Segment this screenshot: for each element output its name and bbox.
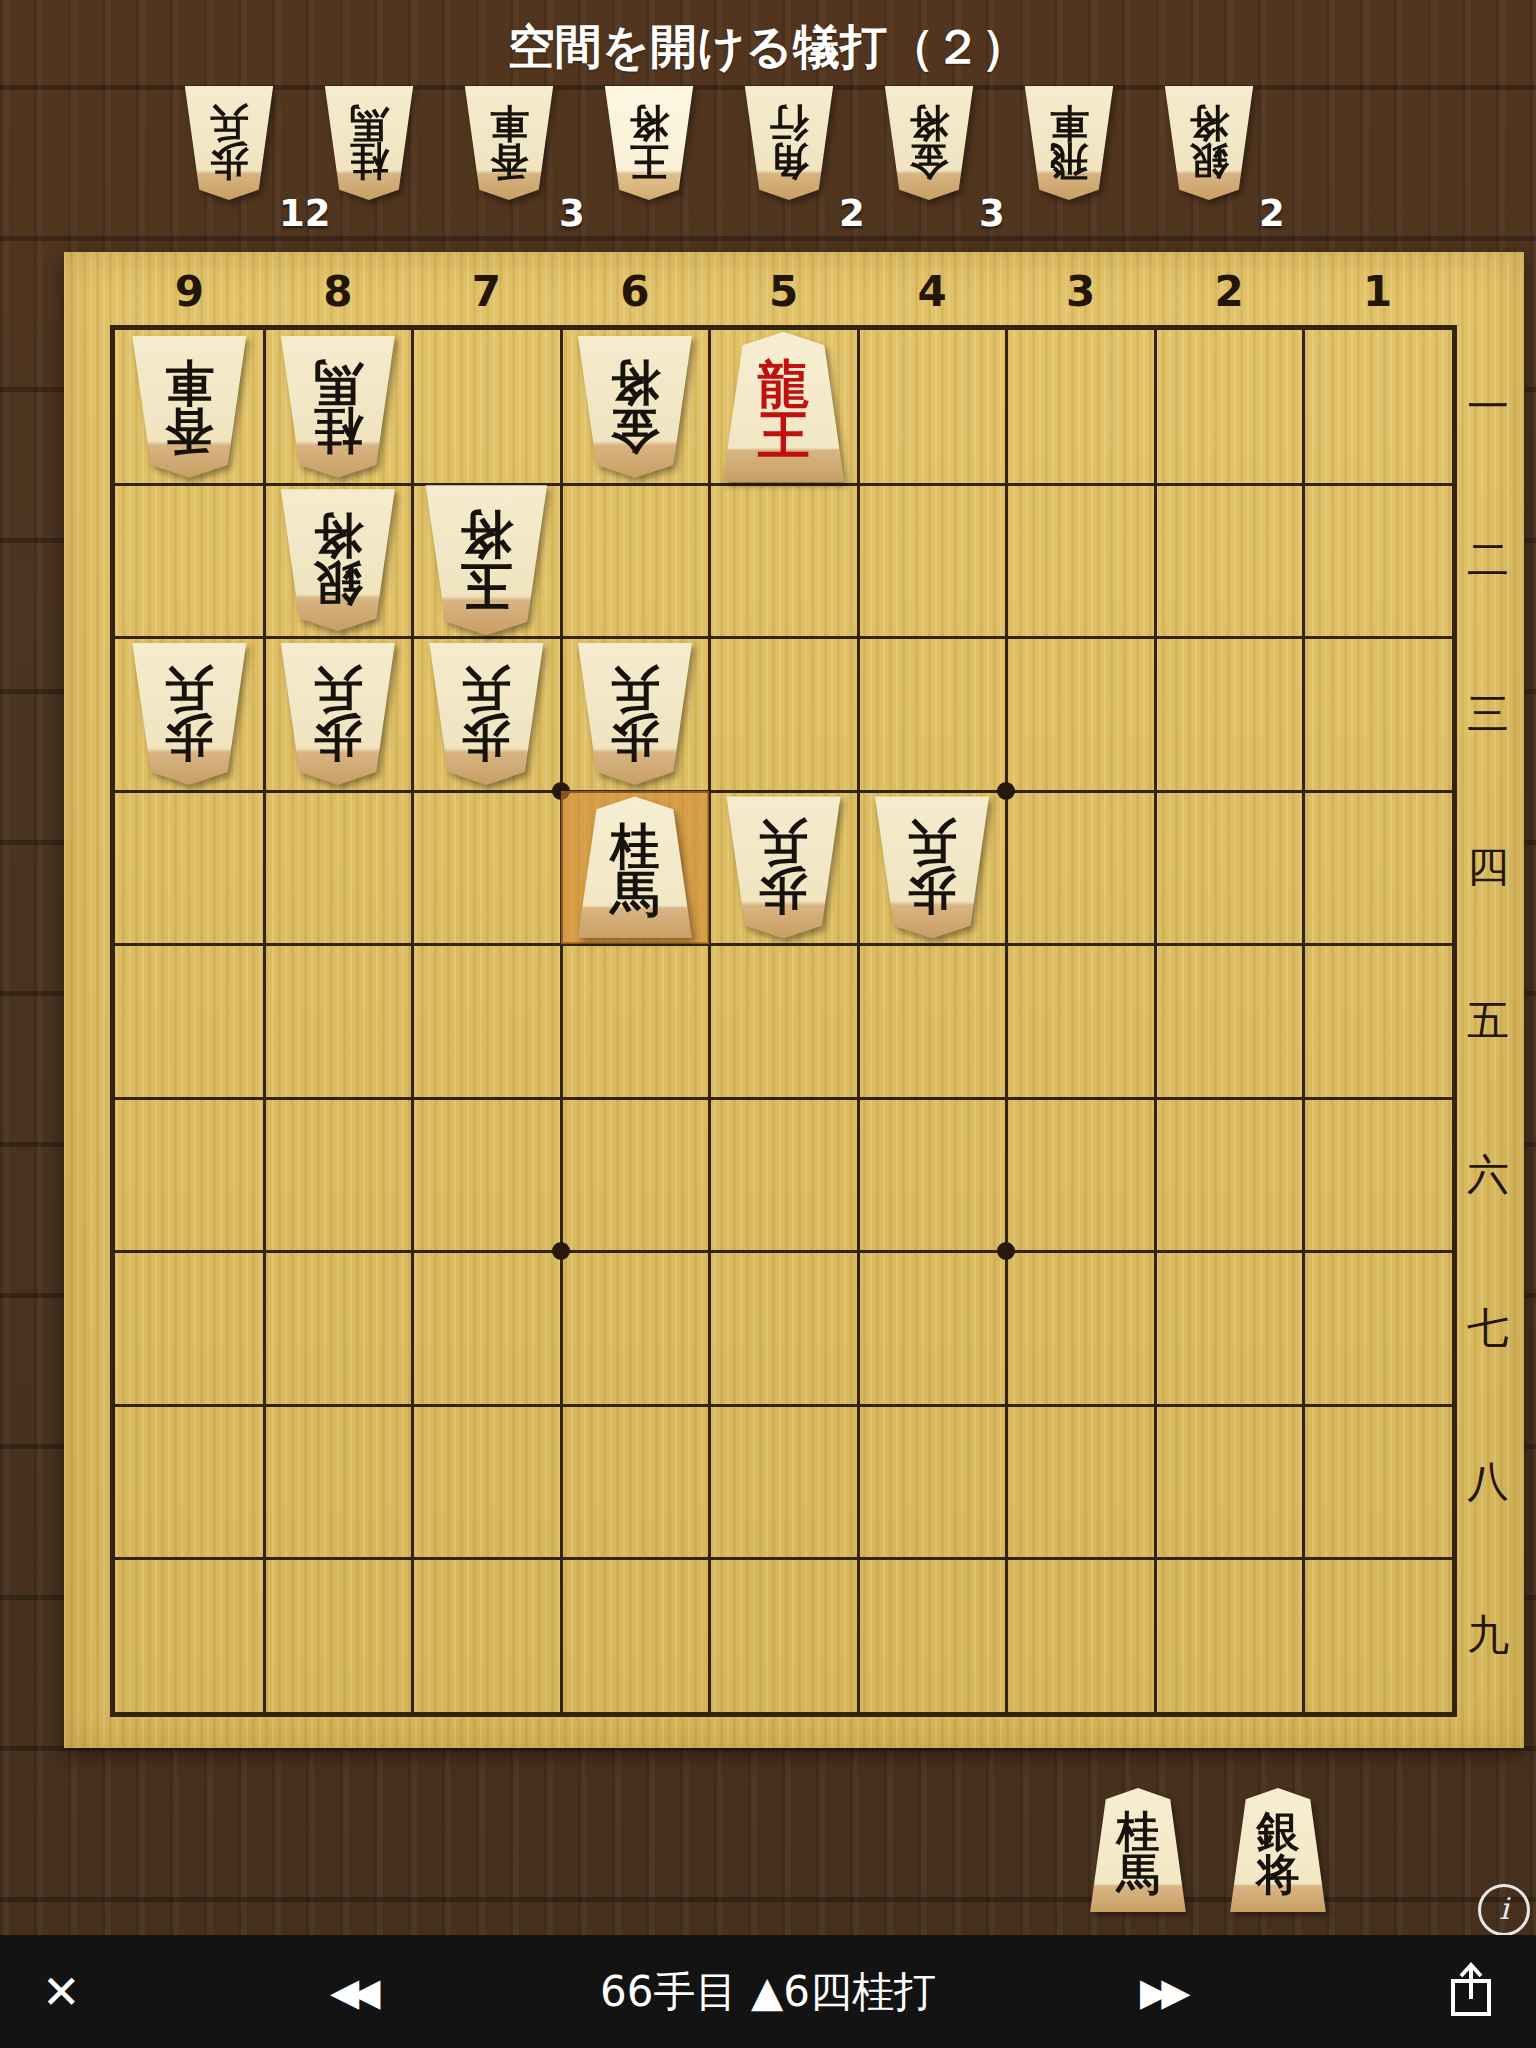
- cell-7-1[interactable]: [412, 330, 561, 484]
- cell-3-1[interactable]: [1006, 330, 1155, 484]
- gote-pawn-piece[interactable]: 歩兵: [870, 796, 994, 938]
- page-title: 空間を開ける犠打（２）: [508, 16, 1028, 79]
- info-button[interactable]: i: [1478, 1884, 1530, 1936]
- gote-rook-piece[interactable]: 飛車: [1021, 86, 1117, 200]
- piece-kanji: 玉将: [460, 509, 512, 611]
- sente-dragon-piece[interactable]: 龍王: [717, 332, 849, 482]
- rank-label: 三: [1467, 686, 1509, 742]
- file-label: 8: [323, 267, 352, 316]
- cell-6-9[interactable]: [561, 1558, 710, 1712]
- cell-2-8[interactable]: [1155, 1405, 1304, 1559]
- cell-4-6[interactable]: [858, 1098, 1007, 1252]
- file-label: 3: [1066, 267, 1095, 316]
- piece-kanji: 香車: [165, 359, 214, 455]
- cell-3-3[interactable]: [1006, 637, 1155, 791]
- piece-kanji: 歩兵: [610, 666, 659, 762]
- rank-label: 八: [1467, 1454, 1509, 1510]
- file-label: 5: [769, 267, 798, 316]
- cell-7-6[interactable]: [412, 1098, 561, 1252]
- piece-kanji: 桂馬: [610, 822, 659, 918]
- cell-3-2[interactable]: [1006, 484, 1155, 638]
- cell-1-2[interactable]: [1303, 484, 1452, 638]
- cell-8-2[interactable]: 銀将: [264, 484, 413, 638]
- cell-4-5[interactable]: [858, 944, 1007, 1098]
- cell-5-8[interactable]: [709, 1405, 858, 1559]
- gote-pawn-piece[interactable]: 歩兵: [573, 643, 697, 785]
- cell-1-8[interactable]: [1303, 1405, 1452, 1559]
- share-icon[interactable]: [1448, 1961, 1494, 2023]
- cell-5-7[interactable]: [709, 1251, 858, 1405]
- piece-kanji: 金将: [610, 359, 659, 455]
- cell-6-4[interactable]: 桂馬: [561, 791, 710, 945]
- cell-9-7[interactable]: [115, 1251, 264, 1405]
- piece-kanji: 角行: [770, 105, 809, 181]
- cell-9-6[interactable]: [115, 1098, 264, 1252]
- hand-piece-count: 2: [1259, 192, 1285, 235]
- piece-kanji: 龍王: [757, 359, 809, 461]
- board-grid: 香車桂馬金将龍王銀将玉将歩兵歩兵歩兵歩兵桂馬歩兵歩兵: [110, 325, 1457, 1717]
- piece-kanji: 歩兵: [462, 666, 511, 762]
- piece-kanji: 桂馬: [313, 359, 362, 455]
- gote-gold-piece[interactable]: 金将: [573, 336, 697, 478]
- file-label: 7: [472, 267, 501, 316]
- bottom-toolbar: ✕ ◀◀ 66手目 ▲6四桂打 ▶▶: [0, 1935, 1536, 2048]
- cell-5-9[interactable]: [709, 1558, 858, 1712]
- cell-8-7[interactable]: [264, 1251, 413, 1405]
- close-icon[interactable]: ✕: [42, 1965, 81, 2019]
- sente-knight-piece[interactable]: 桂馬: [1086, 1788, 1190, 1912]
- cell-2-2[interactable]: [1155, 484, 1304, 638]
- piece-kanji: 歩兵: [165, 666, 214, 762]
- piece-kanji: 金将: [910, 105, 949, 181]
- cell-5-5[interactable]: [709, 944, 858, 1098]
- piece-kanji: 飛車: [1050, 105, 1089, 181]
- piece-kanji: 歩兵: [313, 666, 362, 762]
- cell-2-5[interactable]: [1155, 944, 1304, 1098]
- cell-6-2[interactable]: [561, 484, 710, 638]
- move-status-label: 66手目 ▲6四桂打: [600, 1964, 936, 2020]
- cell-8-9[interactable]: [264, 1558, 413, 1712]
- cell-3-4[interactable]: [1006, 791, 1155, 945]
- cell-8-4[interactable]: [264, 791, 413, 945]
- cell-8-3[interactable]: 歩兵: [264, 637, 413, 791]
- cell-6-5[interactable]: [561, 944, 710, 1098]
- file-label: 9: [175, 267, 204, 316]
- cell-9-5[interactable]: [115, 944, 264, 1098]
- gote-lance-piece[interactable]: 香車: [127, 336, 251, 478]
- sente-silver-piece[interactable]: 銀将: [1226, 1788, 1330, 1912]
- cell-4-1[interactable]: [858, 330, 1007, 484]
- cell-9-9[interactable]: [115, 1558, 264, 1712]
- cell-8-5[interactable]: [264, 944, 413, 1098]
- cell-7-5[interactable]: [412, 944, 561, 1098]
- file-label: 4: [917, 267, 946, 316]
- gote-pawn-piece[interactable]: 歩兵: [276, 643, 400, 785]
- cell-9-3[interactable]: 歩兵: [115, 637, 264, 791]
- cell-6-6[interactable]: [561, 1098, 710, 1252]
- hand-piece-count: 3: [979, 192, 1005, 235]
- cell-2-1[interactable]: [1155, 330, 1304, 484]
- piece-kanji: 桂馬: [1117, 1810, 1160, 1894]
- cell-3-7[interactable]: [1006, 1251, 1155, 1405]
- cell-1-3[interactable]: [1303, 637, 1452, 791]
- cell-7-2[interactable]: 玉将: [412, 484, 561, 638]
- cell-5-3[interactable]: [709, 637, 858, 791]
- piece-kanji: 香車: [490, 105, 529, 181]
- piece-kanji: 銀将: [313, 512, 362, 608]
- cell-6-7[interactable]: [561, 1251, 710, 1405]
- sente-knight-piece[interactable]: 桂馬: [573, 796, 697, 938]
- cell-7-9[interactable]: [412, 1558, 561, 1712]
- cell-4-2[interactable]: [858, 484, 1007, 638]
- piece-kanji: 銀将: [1257, 1810, 1300, 1894]
- cell-3-6[interactable]: [1006, 1098, 1155, 1252]
- cell-2-9[interactable]: [1155, 1558, 1304, 1712]
- rank-label: 二: [1467, 532, 1509, 588]
- piece-kanji: 歩兵: [759, 819, 808, 915]
- gote-pawn-piece[interactable]: 歩兵: [127, 643, 251, 785]
- cell-5-6[interactable]: [709, 1098, 858, 1252]
- rank-label: 六: [1467, 1147, 1509, 1203]
- cell-2-4[interactable]: [1155, 791, 1304, 945]
- gote-pawn-piece[interactable]: 歩兵: [181, 86, 277, 200]
- cell-4-8[interactable]: [858, 1405, 1007, 1559]
- cell-1-9[interactable]: [1303, 1558, 1452, 1712]
- cell-7-4[interactable]: [412, 791, 561, 945]
- file-label: 1: [1363, 267, 1392, 316]
- cell-5-4[interactable]: 歩兵: [709, 791, 858, 945]
- rank-label: 四: [1467, 839, 1509, 895]
- rank-label: 七: [1467, 1300, 1509, 1356]
- cell-7-7[interactable]: [412, 1251, 561, 1405]
- piece-kanji: 歩兵: [908, 819, 957, 915]
- file-label: 6: [620, 267, 649, 316]
- cell-6-3[interactable]: 歩兵: [561, 637, 710, 791]
- cell-8-8[interactable]: [264, 1405, 413, 1559]
- cell-9-1[interactable]: 香車: [115, 330, 264, 484]
- gote-silver-piece[interactable]: 銀将: [1161, 86, 1257, 200]
- gote-pawn-piece[interactable]: 歩兵: [424, 643, 548, 785]
- gote-pawn-piece[interactable]: 歩兵: [721, 796, 845, 938]
- rewind-icon[interactable]: ◀◀: [330, 1970, 372, 2014]
- piece-kanji: 桂馬: [350, 105, 389, 181]
- gote-knight-piece[interactable]: 桂馬: [321, 86, 417, 200]
- cell-3-9[interactable]: [1006, 1558, 1155, 1712]
- rank-label: 九: [1467, 1607, 1509, 1663]
- cell-2-3[interactable]: [1155, 637, 1304, 791]
- piece-kanji: 王将: [630, 105, 669, 181]
- hand-piece-count: 3: [559, 192, 585, 235]
- cell-6-1[interactable]: 金将: [561, 330, 710, 484]
- cell-1-7[interactable]: [1303, 1251, 1452, 1405]
- fast-forward-icon[interactable]: ▶▶: [1140, 1970, 1182, 2014]
- app-screen: 空間を開ける犠打（２） 香車桂馬金将龍王銀将玉将歩兵歩兵歩兵歩兵桂馬歩兵歩兵 i…: [0, 0, 1536, 2048]
- cell-9-8[interactable]: [115, 1405, 264, 1559]
- gote-lance-piece[interactable]: 香車: [461, 86, 557, 200]
- cell-7-3[interactable]: 歩兵: [412, 637, 561, 791]
- cell-8-1[interactable]: 桂馬: [264, 330, 413, 484]
- piece-kanji: 銀将: [1190, 105, 1229, 181]
- cell-4-7[interactable]: [858, 1251, 1007, 1405]
- gote-knight-piece[interactable]: 桂馬: [276, 336, 400, 478]
- cell-2-7[interactable]: [1155, 1251, 1304, 1405]
- piece-kanji: 歩兵: [210, 105, 249, 181]
- gote-silver-piece[interactable]: 銀将: [276, 489, 400, 631]
- cell-1-1[interactable]: [1303, 330, 1452, 484]
- cell-1-4[interactable]: [1303, 791, 1452, 945]
- cell-9-2[interactable]: [115, 484, 264, 638]
- rank-label: 一: [1467, 379, 1509, 435]
- file-label: 2: [1215, 267, 1244, 316]
- cell-3-8[interactable]: [1006, 1405, 1155, 1559]
- cell-8-6[interactable]: [264, 1098, 413, 1252]
- cell-3-5[interactable]: [1006, 944, 1155, 1098]
- gote-king-piece[interactable]: 王将: [601, 86, 697, 200]
- cell-5-2[interactable]: [709, 484, 858, 638]
- cell-1-6[interactable]: [1303, 1098, 1452, 1252]
- cell-4-3[interactable]: [858, 637, 1007, 791]
- hand-piece-count: 2: [839, 192, 865, 235]
- cell-4-4[interactable]: 歩兵: [858, 791, 1007, 945]
- gote-king-piece[interactable]: 玉将: [420, 485, 552, 635]
- gote-bishop-piece[interactable]: 角行: [741, 86, 837, 200]
- cell-5-1[interactable]: 龍王: [709, 330, 858, 484]
- rank-label: 五: [1467, 993, 1509, 1049]
- cell-2-6[interactable]: [1155, 1098, 1304, 1252]
- cell-6-8[interactable]: [561, 1405, 710, 1559]
- cell-4-9[interactable]: [858, 1558, 1007, 1712]
- gote-gold-piece[interactable]: 金将: [881, 86, 977, 200]
- cell-1-5[interactable]: [1303, 944, 1452, 1098]
- cell-9-4[interactable]: [115, 791, 264, 945]
- cell-7-8[interactable]: [412, 1405, 561, 1559]
